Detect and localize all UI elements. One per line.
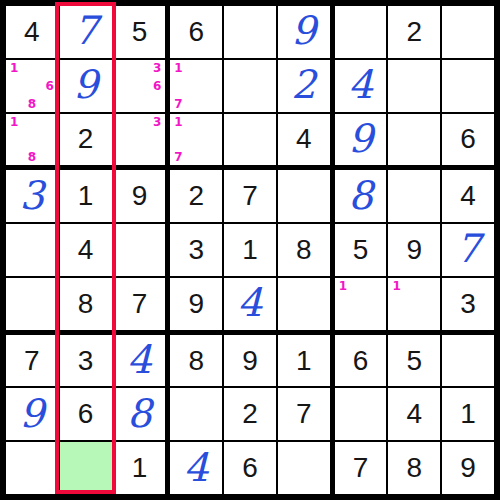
pencil-mark-3: [368, 280, 383, 296]
given-digit: 6: [460, 125, 476, 153]
cell-r9c1[interactable]: [6, 442, 58, 494]
given-digit: 1: [78, 182, 94, 210]
pencil-mark-9: [204, 94, 219, 110]
cell-r7c5[interactable]: 9: [224, 335, 276, 387]
cell-r9c6[interactable]: [278, 442, 330, 494]
pencil-mark-3: 3: [147, 116, 162, 132]
pencil-mark-4: [339, 296, 354, 312]
pencil-marks: 1: [388, 278, 440, 330]
given-digit: 7: [242, 182, 258, 210]
cell-r2c6[interactable]: 2: [278, 60, 330, 112]
pencil-mark-4: [10, 131, 25, 147]
pencil-mark-4: [118, 78, 133, 94]
given-digit: 9: [460, 454, 476, 482]
pencil-marks: 1: [335, 278, 387, 330]
cell-r5c5[interactable]: 1: [224, 224, 276, 276]
cell-r7c8[interactable]: 5: [388, 335, 440, 387]
pencil-mark-7: [10, 147, 25, 163]
cell-r9c8[interactable]: 8: [388, 442, 440, 494]
pencil-mark-3: [39, 116, 54, 132]
cell-r8c5[interactable]: 2: [224, 388, 276, 440]
solved-digit: 2: [291, 65, 316, 104]
cell-r1c9[interactable]: [442, 6, 494, 58]
cell-r4c1[interactable]: 3: [6, 170, 58, 222]
cell-r1c5[interactable]: [224, 6, 276, 58]
pencil-mark-8: [407, 312, 422, 328]
cell-r5c6[interactable]: 8: [278, 224, 330, 276]
cell-r7c9[interactable]: [442, 335, 494, 387]
pencil-mark-5: [25, 78, 40, 94]
cell-r7c1[interactable]: 7: [6, 335, 58, 387]
cell-r6c8[interactable]: 1: [388, 278, 440, 330]
given-digit: 3: [78, 347, 94, 375]
given-digit: 6: [188, 18, 204, 46]
cell-r1c3[interactable]: 5: [114, 6, 166, 58]
pencil-mark-3: [422, 280, 437, 296]
cell-r5c2[interactable]: 4: [60, 224, 112, 276]
pencil-mark-2: [132, 116, 147, 132]
pencil-mark-3: [204, 62, 219, 78]
cell-r5c8[interactable]: 9: [388, 224, 440, 276]
pencil-marks: 3: [114, 114, 166, 166]
given-digit: 9: [242, 347, 258, 375]
cell-r3c3[interactable]: 3: [114, 114, 166, 166]
pencil-mark-1: 1: [174, 116, 189, 132]
given-digit: 5: [132, 18, 148, 46]
cell-r6c2[interactable]: 8: [60, 278, 112, 330]
cell-r1c4[interactable]: 6: [170, 6, 222, 58]
pencil-mark-1: [118, 116, 133, 132]
pencil-mark-1: 1: [339, 280, 354, 296]
cell-r2c4[interactable]: 17: [170, 60, 222, 112]
pencil-mark-8: 8: [25, 94, 40, 110]
pencil-marks: 36: [114, 60, 166, 112]
cell-r5c3[interactable]: [114, 224, 166, 276]
cell-r4c7[interactable]: 8: [335, 170, 387, 222]
given-digit: 3: [460, 290, 476, 318]
cell-r3c4[interactable]: 17: [170, 114, 222, 166]
pencil-mark-2: [407, 280, 422, 296]
cell-r1c6[interactable]: 9: [278, 6, 330, 58]
cell-r8c3[interactable]: 8: [114, 388, 166, 440]
cell-r7c4[interactable]: 8: [170, 335, 222, 387]
given-digit: 9: [132, 182, 148, 210]
given-digit: 6: [78, 400, 94, 428]
cell-r4c8[interactable]: [388, 170, 440, 222]
cell-r6c4[interactable]: 9: [170, 278, 222, 330]
given-digit: 7: [132, 290, 148, 318]
pencil-mark-8: [189, 147, 204, 163]
given-digit: 2: [407, 18, 423, 46]
cell-r1c1[interactable]: 4: [6, 6, 58, 58]
pencil-mark-1: 1: [10, 62, 25, 78]
cell-r6c1[interactable]: [6, 278, 58, 330]
pencil-mark-4: [118, 131, 133, 147]
cell-r8c9[interactable]: 1: [442, 388, 494, 440]
cell-r6c3[interactable]: 7: [114, 278, 166, 330]
cell-r9c7[interactable]: 7: [335, 442, 387, 494]
pencil-mark-5: [189, 131, 204, 147]
solved-digit: 4: [238, 283, 263, 322]
pencil-mark-2: [189, 62, 204, 78]
solved-digit: 8: [348, 176, 373, 215]
solved-digit: 4: [184, 448, 209, 487]
given-digit: 7: [353, 454, 369, 482]
given-digit: 5: [353, 236, 369, 264]
given-digit: 2: [188, 182, 204, 210]
cell-r9c5[interactable]: 6: [224, 442, 276, 494]
given-digit: 8: [407, 454, 423, 482]
pencil-mark-5: [353, 296, 368, 312]
solved-digit: 9: [19, 394, 44, 433]
pencil-mark-6: [368, 296, 383, 312]
cell-r1c2[interactable]: 7: [60, 6, 112, 58]
pencil-mark-9: [422, 312, 437, 328]
solved-digit: 4: [348, 65, 373, 104]
solved-digit: 3: [19, 176, 44, 215]
cell-r4c9[interactable]: 4: [442, 170, 494, 222]
cell-r3c1[interactable]: 18: [6, 114, 58, 166]
pencil-mark-7: [118, 94, 133, 110]
pencil-mark-6: 6: [147, 78, 162, 94]
solved-digit: 7: [73, 11, 98, 50]
cell-r2c7[interactable]: 4: [335, 60, 387, 112]
pencil-mark-4: [10, 78, 25, 94]
given-digit: 8: [188, 347, 204, 375]
given-digit: 3: [188, 236, 204, 264]
pencil-mark-6: [39, 131, 54, 147]
pencil-marks: 17: [170, 60, 222, 112]
pencil-mark-2: [189, 116, 204, 132]
cell-r3c2[interactable]: 2: [60, 114, 112, 166]
given-digit: 6: [242, 454, 258, 482]
pencil-mark-2: [25, 62, 40, 78]
given-digit: 8: [78, 290, 94, 318]
cell-r5c7[interactable]: 5: [335, 224, 387, 276]
cell-r9c9[interactable]: 9: [442, 442, 494, 494]
pencil-mark-6: 6: [39, 78, 54, 94]
pencil-mark-1: 1: [174, 62, 189, 78]
given-digit: 5: [407, 347, 423, 375]
cell-r4c3[interactable]: 9: [114, 170, 166, 222]
pencil-marks: 18: [6, 114, 58, 166]
pencil-mark-5: [132, 78, 147, 94]
cell-r6c9[interactable]: 3: [442, 278, 494, 330]
pencil-mark-7: 7: [174, 94, 189, 110]
cell-r5c1[interactable]: [6, 224, 58, 276]
given-digit: 7: [296, 400, 312, 428]
pencil-mark-4: [392, 296, 407, 312]
solved-digit: 9: [291, 11, 316, 50]
cell-r6c5[interactable]: 4: [224, 278, 276, 330]
pencil-mark-2: [25, 116, 40, 132]
pencil-mark-5: [25, 131, 40, 147]
cell-r3c5[interactable]: [224, 114, 276, 166]
sudoku-board: 4756921689361724182317496319278443185978…: [0, 0, 500, 500]
given-digit: 4: [24, 18, 40, 46]
cell-r9c4[interactable]: 4: [170, 442, 222, 494]
given-digit: 4: [407, 400, 423, 428]
cell-r2c2[interactable]: 9: [60, 60, 112, 112]
pencil-mark-8: [132, 94, 147, 110]
given-digit: 1: [132, 454, 148, 482]
cell-r3c6[interactable]: 4: [278, 114, 330, 166]
pencil-mark-4: [174, 78, 189, 94]
given-digit: 4: [78, 236, 94, 264]
pencil-mark-6: [422, 296, 437, 312]
cell-r4c6[interactable]: [278, 170, 330, 222]
solved-digit: 7: [456, 229, 481, 268]
given-digit: 2: [242, 400, 258, 428]
pencil-mark-9: [147, 94, 162, 110]
pencil-mark-3: [39, 62, 54, 78]
cell-r6c6[interactable]: [278, 278, 330, 330]
cell-r2c5[interactable]: [224, 60, 276, 112]
pencil-mark-8: [132, 147, 147, 163]
cell-r4c4[interactable]: 2: [170, 170, 222, 222]
cell-r8c7[interactable]: [335, 388, 387, 440]
pencil-mark-1: [118, 62, 133, 78]
sudoku-app: 4756921689361724182317496319278443185978…: [0, 0, 500, 500]
solved-digit: 9: [73, 65, 98, 104]
pencil-mark-6: [204, 131, 219, 147]
pencil-mark-8: [189, 94, 204, 110]
cell-r8c4[interactable]: [170, 388, 222, 440]
pencil-mark-9: [204, 147, 219, 163]
pencil-mark-3: [204, 116, 219, 132]
given-digit: 7: [24, 347, 40, 375]
pencil-marks: 168: [6, 60, 58, 112]
cell-r9c2[interactable]: [60, 442, 112, 494]
cell-r2c1[interactable]: 168: [6, 60, 58, 112]
cell-r8c8[interactable]: 4: [388, 388, 440, 440]
cell-r7c6[interactable]: 1: [278, 335, 330, 387]
solved-digit: 4: [127, 340, 152, 379]
cell-r7c2[interactable]: 3: [60, 335, 112, 387]
cell-r5c4[interactable]: 3: [170, 224, 222, 276]
pencil-mark-1: 1: [392, 280, 407, 296]
cell-r2c9[interactable]: [442, 60, 494, 112]
given-digit: 9: [188, 290, 204, 318]
given-digit: 1: [460, 400, 476, 428]
pencil-mark-2: [353, 280, 368, 296]
pencil-mark-7: [118, 147, 133, 163]
given-digit: 4: [296, 125, 312, 153]
given-digit: 2: [78, 125, 94, 153]
pencil-mark-7: 7: [174, 147, 189, 163]
cell-r1c8[interactable]: 2: [388, 6, 440, 58]
pencil-mark-9: [147, 147, 162, 163]
pencil-mark-7: [10, 94, 25, 110]
cell-r8c6[interactable]: 7: [278, 388, 330, 440]
cell-r6c7[interactable]: 1: [335, 278, 387, 330]
pencil-mark-5: [132, 131, 147, 147]
given-digit: 1: [242, 236, 258, 264]
cell-r7c3[interactable]: 4: [114, 335, 166, 387]
given-digit: 4: [460, 182, 476, 210]
given-digit: 8: [296, 236, 312, 264]
cell-r3c9[interactable]: 6: [442, 114, 494, 166]
cell-r9c3[interactable]: 1: [114, 442, 166, 494]
pencil-mark-9: [39, 94, 54, 110]
pencil-mark-7: [392, 312, 407, 328]
pencil-mark-9: [39, 147, 54, 163]
given-digit: 1: [296, 347, 312, 375]
cell-r8c1[interactable]: 9: [6, 388, 58, 440]
pencil-mark-6: [204, 78, 219, 94]
cell-r3c7[interactable]: 9: [335, 114, 387, 166]
solved-digit: 8: [127, 394, 152, 433]
pencil-mark-8: [353, 312, 368, 328]
pencil-mark-1: 1: [10, 116, 25, 132]
solved-digit: 9: [348, 119, 373, 158]
pencil-mark-4: [174, 131, 189, 147]
pencil-mark-8: 8: [25, 147, 40, 163]
pencil-mark-6: [147, 131, 162, 147]
pencil-mark-7: [339, 312, 354, 328]
cell-r4c2[interactable]: 1: [60, 170, 112, 222]
cell-r3c8[interactable]: [388, 114, 440, 166]
pencil-mark-2: [132, 62, 147, 78]
pencil-mark-5: [189, 78, 204, 94]
cell-r2c3[interactable]: 36: [114, 60, 166, 112]
given-digit: 6: [353, 347, 369, 375]
cell-r2c8[interactable]: [388, 60, 440, 112]
given-digit: 9: [407, 236, 423, 264]
cell-r5c9[interactable]: 7: [442, 224, 494, 276]
pencil-mark-9: [368, 312, 383, 328]
pencil-marks: 17: [170, 114, 222, 166]
pencil-mark-5: [407, 296, 422, 312]
cell-r7c7[interactable]: 6: [335, 335, 387, 387]
cell-r4c5[interactable]: 7: [224, 170, 276, 222]
pencil-mark-3: 3: [147, 62, 162, 78]
cell-r1c7[interactable]: [335, 6, 387, 58]
cell-r8c2[interactable]: 6: [60, 388, 112, 440]
